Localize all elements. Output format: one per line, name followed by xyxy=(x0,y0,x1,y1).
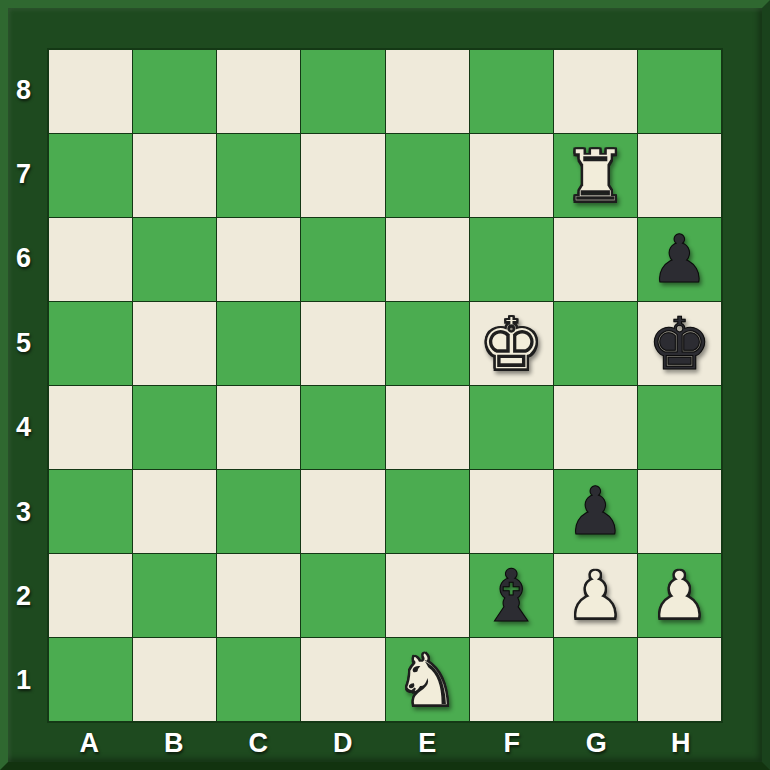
square-h5[interactable]: ♚ xyxy=(638,302,721,385)
square-g4[interactable] xyxy=(554,386,637,469)
square-h3[interactable] xyxy=(638,470,721,553)
square-h8[interactable] xyxy=(638,50,721,133)
rank-label-5: 5 xyxy=(0,301,47,385)
square-f7[interactable] xyxy=(470,134,553,217)
file-labels: ABCDEFGH xyxy=(47,723,723,764)
square-h1[interactable] xyxy=(638,638,721,721)
square-e5[interactable] xyxy=(386,302,469,385)
file-label-d: D xyxy=(301,723,386,764)
square-a4[interactable] xyxy=(49,386,132,469)
square-a7[interactable] xyxy=(49,134,132,217)
file-label-b: B xyxy=(132,723,217,764)
rank-label-8: 8 xyxy=(0,48,47,132)
rank-label-4: 4 xyxy=(0,386,47,470)
square-c4[interactable] xyxy=(217,386,300,469)
square-h4[interactable] xyxy=(638,386,721,469)
square-c1[interactable] xyxy=(217,638,300,721)
square-e3[interactable] xyxy=(386,470,469,553)
square-a3[interactable] xyxy=(49,470,132,553)
square-g2[interactable]: ♟ xyxy=(554,554,637,637)
white-king-f5[interactable]: ♚ xyxy=(479,308,544,380)
square-c6[interactable] xyxy=(217,218,300,301)
file-label-f: F xyxy=(470,723,555,764)
file-label-e: E xyxy=(385,723,470,764)
black-pawn-h6[interactable]: ♟ xyxy=(650,227,709,293)
square-d2[interactable] xyxy=(301,554,384,637)
square-h7[interactable] xyxy=(638,134,721,217)
square-f8[interactable] xyxy=(470,50,553,133)
square-c5[interactable] xyxy=(217,302,300,385)
square-f5[interactable]: ♚ xyxy=(470,302,553,385)
square-b1[interactable] xyxy=(133,638,216,721)
white-pawn-g2[interactable]: ♟ xyxy=(566,563,625,629)
square-g5[interactable] xyxy=(554,302,637,385)
black-king-h5[interactable]: ♚ xyxy=(647,308,712,380)
rank-label-3: 3 xyxy=(0,470,47,554)
square-c2[interactable] xyxy=(217,554,300,637)
black-pawn-g3[interactable]: ♟ xyxy=(566,479,625,545)
square-f1[interactable] xyxy=(470,638,553,721)
file-label-g: G xyxy=(554,723,639,764)
square-f6[interactable] xyxy=(470,218,553,301)
square-a6[interactable] xyxy=(49,218,132,301)
square-h6[interactable]: ♟ xyxy=(638,218,721,301)
rank-label-2: 2 xyxy=(0,554,47,638)
file-label-h: H xyxy=(639,723,724,764)
rank-labels: 87654321 xyxy=(0,48,47,723)
white-pawn-h2[interactable]: ♟ xyxy=(650,563,709,629)
square-g1[interactable] xyxy=(554,638,637,721)
square-b3[interactable] xyxy=(133,470,216,553)
square-c3[interactable] xyxy=(217,470,300,553)
square-a5[interactable] xyxy=(49,302,132,385)
rank-label-1: 1 xyxy=(0,639,47,723)
white-knight-e1[interactable]: ♞ xyxy=(395,644,460,716)
square-d8[interactable] xyxy=(301,50,384,133)
square-g8[interactable] xyxy=(554,50,637,133)
square-e4[interactable] xyxy=(386,386,469,469)
square-e2[interactable] xyxy=(386,554,469,637)
square-b7[interactable] xyxy=(133,134,216,217)
square-f4[interactable] xyxy=(470,386,553,469)
square-b4[interactable] xyxy=(133,386,216,469)
square-e8[interactable] xyxy=(386,50,469,133)
square-a1[interactable] xyxy=(49,638,132,721)
square-b5[interactable] xyxy=(133,302,216,385)
square-b6[interactable] xyxy=(133,218,216,301)
black-bishop-f2[interactable]: ♝ xyxy=(479,560,544,632)
square-d3[interactable] xyxy=(301,470,384,553)
square-g7[interactable]: ♜ xyxy=(554,134,637,217)
rank-label-6: 6 xyxy=(0,217,47,301)
square-c7[interactable] xyxy=(217,134,300,217)
square-d4[interactable] xyxy=(301,386,384,469)
square-d5[interactable] xyxy=(301,302,384,385)
file-label-a: A xyxy=(47,723,132,764)
chess-board: ♜♟♚♚♟♝♟♟♞ xyxy=(47,48,723,723)
file-label-c: C xyxy=(216,723,301,764)
rank-label-7: 7 xyxy=(0,132,47,216)
square-c8[interactable] xyxy=(217,50,300,133)
square-e7[interactable] xyxy=(386,134,469,217)
square-d6[interactable] xyxy=(301,218,384,301)
square-d7[interactable] xyxy=(301,134,384,217)
square-d1[interactable] xyxy=(301,638,384,721)
square-e6[interactable] xyxy=(386,218,469,301)
square-h2[interactable]: ♟ xyxy=(638,554,721,637)
white-rook-g7[interactable]: ♜ xyxy=(563,140,628,212)
square-g3[interactable]: ♟ xyxy=(554,470,637,553)
square-g6[interactable] xyxy=(554,218,637,301)
square-e1[interactable]: ♞ xyxy=(386,638,469,721)
square-b8[interactable] xyxy=(133,50,216,133)
square-a2[interactable] xyxy=(49,554,132,637)
square-f2[interactable]: ♝ xyxy=(470,554,553,637)
square-f3[interactable] xyxy=(470,470,553,553)
square-b2[interactable] xyxy=(133,554,216,637)
square-a8[interactable] xyxy=(49,50,132,133)
